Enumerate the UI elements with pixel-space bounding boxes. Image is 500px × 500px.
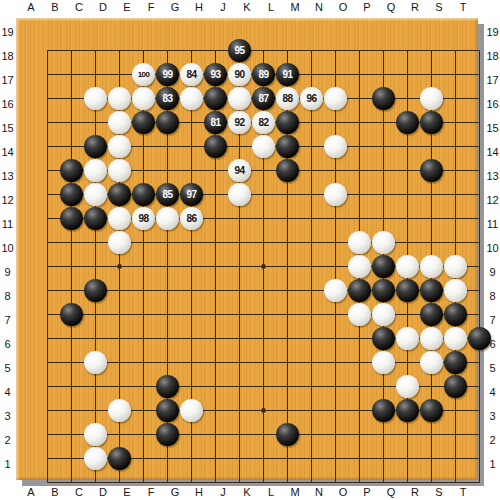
stone-black-J19[interactable]: 95	[228, 39, 251, 62]
coord-label: H	[187, 1, 211, 14]
move-number-label: 81	[210, 111, 220, 134]
stone-white-C13[interactable]	[84, 183, 107, 206]
stone-black-F3[interactable]	[156, 423, 179, 446]
stone-white-N9[interactable]	[324, 279, 347, 302]
coord-label: F	[139, 1, 163, 14]
coord-label: A	[19, 1, 43, 14]
stone-white-R7[interactable]	[420, 327, 443, 350]
coord-label: O	[331, 1, 355, 14]
stone-white-L17[interactable]: 88	[276, 87, 299, 110]
coord-label: 1	[0, 452, 15, 476]
coordinate-labels-top: ABCDEFGHJKLMNOPQRST	[19, 1, 475, 14]
stone-black-S5[interactable]	[444, 375, 467, 398]
stone-black-P4[interactable]	[372, 399, 395, 422]
stone-black-G13[interactable]: 97	[180, 183, 203, 206]
stone-white-N15[interactable]	[324, 135, 347, 158]
stone-black-B14[interactable]	[60, 159, 83, 182]
stone-white-D4[interactable]	[108, 399, 131, 422]
stone-black-D13[interactable]	[108, 183, 131, 206]
board-grid[interactable]: 9510099849390899183878896819282948597988…	[35, 38, 491, 494]
stone-white-G4[interactable]	[180, 399, 203, 422]
stone-black-P9[interactable]	[372, 279, 395, 302]
move-number-label: 86	[186, 207, 196, 230]
coord-label: N	[307, 1, 331, 14]
stone-white-G17[interactable]	[180, 87, 203, 110]
move-number-label: 100	[138, 63, 150, 86]
stone-black-Q4[interactable]	[396, 399, 419, 422]
stone-white-P8[interactable]	[372, 303, 395, 326]
stone-black-H15[interactable]	[204, 135, 227, 158]
stone-white-J13[interactable]	[228, 183, 251, 206]
stone-black-K17[interactable]: 87	[252, 87, 275, 110]
stone-white-P11[interactable]	[372, 231, 395, 254]
coord-label: Q	[379, 1, 403, 14]
coord-label: 5	[0, 356, 15, 380]
move-number-label: 98	[138, 207, 148, 230]
stone-black-B8[interactable]	[60, 303, 83, 326]
stone-black-L15[interactable]	[276, 135, 299, 158]
coord-label: 16	[0, 92, 15, 116]
stone-black-R8[interactable]	[420, 303, 443, 326]
stone-black-F5[interactable]	[156, 375, 179, 398]
stone-white-D14[interactable]	[108, 159, 131, 182]
coord-label: 8	[0, 284, 15, 308]
move-number-label: 89	[258, 63, 268, 86]
coordinate-labels-left: 19181716151413121110987654321	[0, 20, 15, 476]
move-number-label: 88	[282, 87, 292, 110]
stone-black-R4[interactable]	[420, 399, 443, 422]
stone-black-O9[interactable]	[348, 279, 371, 302]
stone-white-M17[interactable]: 96	[300, 87, 323, 110]
coord-label: 11	[0, 212, 15, 236]
go-board-page: ABCDEFGHJKLMNOPQRST ABCDEFGHJKLMNOPQRST …	[0, 0, 500, 500]
move-number-label: 97	[186, 183, 196, 206]
stone-white-R10[interactable]	[420, 255, 443, 278]
stone-black-K18[interactable]: 89	[252, 63, 275, 86]
coord-label: M	[283, 1, 307, 14]
stone-white-J16[interactable]: 92	[228, 111, 251, 134]
coord-label: S	[427, 1, 451, 14]
stone-black-Q16[interactable]	[396, 111, 419, 134]
stone-white-Q5[interactable]	[396, 375, 419, 398]
coord-label: 14	[0, 140, 15, 164]
stone-white-J18[interactable]: 90	[228, 63, 251, 86]
stone-black-R16[interactable]	[420, 111, 443, 134]
stone-white-D17[interactable]	[108, 87, 131, 110]
stone-black-L3[interactable]	[276, 423, 299, 446]
stone-white-Q7[interactable]	[396, 327, 419, 350]
stone-white-E18[interactable]: 100	[132, 63, 155, 86]
stone-white-C6[interactable]	[84, 351, 107, 374]
stone-black-F18[interactable]: 99	[156, 63, 179, 86]
coord-label: E	[115, 1, 139, 14]
coord-label: D	[91, 1, 115, 14]
coord-label: R	[403, 1, 427, 14]
stone-white-G12[interactable]: 86	[180, 207, 203, 230]
stone-white-C17[interactable]	[84, 87, 107, 110]
stone-black-P10[interactable]	[372, 255, 395, 278]
stone-white-N17[interactable]	[324, 87, 347, 110]
coord-label: 4	[0, 380, 15, 404]
stone-black-E16[interactable]	[132, 111, 155, 134]
stone-white-F12[interactable]	[156, 207, 179, 230]
stone-white-O11[interactable]	[348, 231, 371, 254]
stone-black-C15[interactable]	[84, 135, 107, 158]
coord-label: 9	[0, 260, 15, 284]
stone-black-S6[interactable]	[444, 351, 467, 374]
stone-black-H17[interactable]	[204, 87, 227, 110]
stone-black-P7[interactable]	[372, 327, 395, 350]
stone-black-L18[interactable]: 91	[276, 63, 299, 86]
stone-black-B13[interactable]	[60, 183, 83, 206]
stone-black-L14[interactable]	[276, 159, 299, 182]
coord-label: 3	[0, 404, 15, 428]
stone-white-C3[interactable]	[84, 423, 107, 446]
coord-label: G	[163, 1, 187, 14]
move-number-label: 93	[210, 63, 220, 86]
move-number-label: 96	[306, 87, 316, 110]
stone-black-D2[interactable]	[108, 447, 131, 470]
move-number-label: 95	[234, 39, 244, 62]
stone-black-S8[interactable]	[444, 303, 467, 326]
stone-white-J14[interactable]: 94	[228, 159, 251, 182]
stone-black-F16[interactable]	[156, 111, 179, 134]
stone-white-N13[interactable]	[324, 183, 347, 206]
coord-label: C	[67, 1, 91, 14]
coord-label: 12	[0, 188, 15, 212]
move-number-label: 91	[282, 63, 292, 86]
stone-white-D15[interactable]	[108, 135, 131, 158]
stone-black-T7[interactable]	[468, 327, 491, 350]
coord-label: 15	[0, 116, 15, 140]
coord-label: 19	[0, 20, 15, 44]
coord-label: J	[211, 1, 235, 14]
move-number-label: 92	[234, 111, 244, 134]
stone-white-D12[interactable]	[108, 207, 131, 230]
stone-white-S9[interactable]	[444, 279, 467, 302]
stone-black-H16[interactable]: 81	[204, 111, 227, 134]
stone-white-S7[interactable]	[444, 327, 467, 350]
stone-black-H18[interactable]: 93	[204, 63, 227, 86]
stone-black-C9[interactable]	[84, 279, 107, 302]
coord-label: L	[259, 1, 283, 14]
coord-label: 7	[0, 308, 15, 332]
stone-white-D11[interactable]	[108, 231, 131, 254]
coord-label: 17	[0, 68, 15, 92]
stone-white-K15[interactable]	[252, 135, 275, 158]
stone-white-C14[interactable]	[84, 159, 107, 182]
board-surface[interactable]: 9510099849390899183878896819282948597988…	[16, 18, 478, 480]
stones-layer: 9510099849390899183878896819282948597988…	[35, 38, 491, 494]
coord-label: K	[235, 1, 259, 14]
stone-white-S10[interactable]	[444, 255, 467, 278]
coord-label: 10	[0, 236, 15, 260]
stone-black-B12[interactable]	[60, 207, 83, 230]
coord-label: 13	[0, 164, 15, 188]
stone-black-Q9[interactable]	[396, 279, 419, 302]
coord-label: 6	[0, 332, 15, 356]
move-number-label: 83	[162, 87, 172, 110]
move-number-label: 85	[162, 183, 172, 206]
stone-white-P6[interactable]	[372, 351, 395, 374]
stone-black-C12[interactable]	[84, 207, 107, 230]
stone-black-R9[interactable]	[420, 279, 443, 302]
move-number-label: 87	[258, 87, 268, 110]
stone-black-F13[interactable]: 85	[156, 183, 179, 206]
stone-white-O10[interactable]	[348, 255, 371, 278]
stone-white-K16[interactable]: 82	[252, 111, 275, 134]
stone-white-E12[interactable]: 98	[132, 207, 155, 230]
move-number-label: 94	[234, 159, 244, 182]
coord-label: T	[451, 1, 475, 14]
stone-black-P17[interactable]	[372, 87, 395, 110]
move-number-label: 82	[258, 111, 268, 134]
move-number-label: 90	[234, 63, 244, 86]
coord-label: P	[355, 1, 379, 14]
stone-white-Q10[interactable]	[396, 255, 419, 278]
stone-white-J17[interactable]	[228, 87, 251, 110]
stone-black-R14[interactable]	[420, 159, 443, 182]
stone-white-D16[interactable]	[108, 111, 131, 134]
stone-white-O8[interactable]	[348, 303, 371, 326]
stone-white-R17[interactable]	[420, 87, 443, 110]
stone-black-F4[interactable]	[156, 399, 179, 422]
coord-label: 18	[0, 44, 15, 68]
move-number-label: 84	[186, 63, 196, 86]
stone-black-L16[interactable]	[276, 111, 299, 134]
stone-white-C2[interactable]	[84, 447, 107, 470]
coord-label: B	[43, 1, 67, 14]
stone-white-E17[interactable]	[132, 87, 155, 110]
stone-black-F17[interactable]: 83	[156, 87, 179, 110]
coord-label: 2	[0, 428, 15, 452]
stone-white-G18[interactable]: 84	[180, 63, 203, 86]
stone-white-R6[interactable]	[420, 351, 443, 374]
move-number-label: 99	[162, 63, 172, 86]
stone-black-E13[interactable]	[132, 183, 155, 206]
